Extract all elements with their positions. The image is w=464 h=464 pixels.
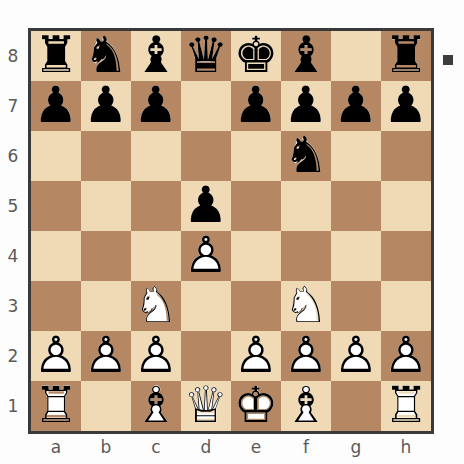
- rank-label-6: 6: [0, 131, 26, 181]
- square-h4[interactable]: [381, 231, 431, 281]
- piece-black-rook-a8[interactable]: ♖♜: [31, 31, 81, 81]
- square-c6[interactable]: [131, 131, 181, 181]
- black-rook-fill-icon: ♜: [31, 31, 81, 81]
- square-a5[interactable]: [31, 181, 81, 231]
- piece-white-bishop-f1[interactable]: ♝♗: [281, 381, 331, 431]
- black-pawn-fill-icon: ♟: [131, 81, 181, 131]
- square-g3[interactable]: [331, 281, 381, 331]
- white-king-outline-icon: ♔: [231, 381, 281, 431]
- piece-black-pawn-h7[interactable]: ♙♟: [381, 81, 431, 131]
- square-g1[interactable]: [331, 381, 381, 431]
- white-queen-outline-icon: ♕: [181, 381, 231, 431]
- black-pawn-fill-icon: ♟: [81, 81, 131, 131]
- white-knight-outline-icon: ♘: [131, 281, 181, 331]
- black-rook-fill-icon: ♜: [381, 31, 431, 81]
- rank-label-1: 1: [0, 381, 26, 431]
- square-d6[interactable]: [181, 131, 231, 181]
- piece-black-bishop-f8[interactable]: ♗♝: [281, 31, 331, 81]
- piece-black-pawn-b7[interactable]: ♙♟: [81, 81, 131, 131]
- black-pawn-fill-icon: ♟: [31, 81, 81, 131]
- square-b5[interactable]: [81, 181, 131, 231]
- piece-white-knight-f3[interactable]: ♞♘: [281, 281, 331, 331]
- chess-board: ♖♜♘♞♗♝♕♛♔♚♗♝♖♜♙♟♙♟♙♟♙♟♙♟♙♟♙♟♘♞♙♟♟♙♞♘♞♘♟♙…: [28, 28, 434, 434]
- square-b1[interactable]: [81, 381, 131, 431]
- piece-white-rook-a1[interactable]: ♜♖: [31, 381, 81, 431]
- black-knight-fill-icon: ♞: [281, 131, 331, 181]
- rank-label-7: 7: [0, 81, 26, 131]
- black-pawn-fill-icon: ♟: [381, 81, 431, 131]
- piece-white-pawn-f2[interactable]: ♟♙: [281, 331, 331, 381]
- white-knight-outline-icon: ♘: [281, 281, 331, 331]
- rank-label-5: 5: [0, 181, 26, 231]
- square-d7[interactable]: [181, 81, 231, 131]
- square-f4[interactable]: [281, 231, 331, 281]
- piece-white-pawn-h2[interactable]: ♟♙: [381, 331, 431, 381]
- piece-white-knight-c3[interactable]: ♞♘: [131, 281, 181, 331]
- rank-label-8: 8: [0, 31, 26, 81]
- file-label-c: c: [131, 436, 181, 460]
- rank-label-3: 3: [0, 281, 26, 331]
- piece-black-pawn-c7[interactable]: ♙♟: [131, 81, 181, 131]
- file-label-e: e: [231, 436, 281, 460]
- piece-black-pawn-e7[interactable]: ♙♟: [231, 81, 281, 131]
- white-pawn-outline-icon: ♙: [131, 331, 181, 381]
- white-pawn-outline-icon: ♙: [281, 331, 331, 381]
- square-e4[interactable]: [231, 231, 281, 281]
- piece-black-knight-b8[interactable]: ♘♞: [81, 31, 131, 81]
- white-pawn-outline-icon: ♙: [231, 331, 281, 381]
- white-rook-outline-icon: ♖: [381, 381, 431, 431]
- file-label-f: f: [281, 436, 331, 460]
- black-pawn-fill-icon: ♟: [331, 81, 381, 131]
- piece-white-king-e1[interactable]: ♚♔: [231, 381, 281, 431]
- white-pawn-outline-icon: ♙: [331, 331, 381, 381]
- black-king-fill-icon: ♚: [231, 31, 281, 81]
- piece-black-knight-f6[interactable]: ♘♞: [281, 131, 331, 181]
- square-b3[interactable]: [81, 281, 131, 331]
- white-pawn-outline-icon: ♙: [181, 231, 231, 281]
- black-pawn-fill-icon: ♟: [181, 181, 231, 231]
- file-label-h: h: [381, 436, 431, 460]
- white-bishop-outline-icon: ♗: [281, 381, 331, 431]
- piece-black-king-e8[interactable]: ♔♚: [231, 31, 281, 81]
- square-a4[interactable]: [31, 231, 81, 281]
- square-d2[interactable]: [181, 331, 231, 381]
- square-g4[interactable]: [331, 231, 381, 281]
- rank-label-4: 4: [0, 231, 26, 281]
- piece-white-pawn-d4[interactable]: ♟♙: [181, 231, 231, 281]
- black-bishop-fill-icon: ♝: [281, 31, 331, 81]
- square-c4[interactable]: [131, 231, 181, 281]
- square-b6[interactable]: [81, 131, 131, 181]
- file-label-b: b: [81, 436, 131, 460]
- black-pawn-fill-icon: ♟: [231, 81, 281, 131]
- piece-white-pawn-e2[interactable]: ♟♙: [231, 331, 281, 381]
- piece-white-pawn-a2[interactable]: ♟♙: [31, 331, 81, 381]
- rank-label-2: 2: [0, 331, 26, 381]
- piece-black-bishop-c8[interactable]: ♗♝: [131, 31, 181, 81]
- square-h6[interactable]: [381, 131, 431, 181]
- piece-black-pawn-a7[interactable]: ♙♟: [31, 81, 81, 131]
- white-bishop-outline-icon: ♗: [131, 381, 181, 431]
- chess-board-screenshot: 87654321 ♖♜♘♞♗♝♕♛♔♚♗♝♖♜♙♟♙♟♙♟♙♟♙♟♙♟♙♟♘♞♙…: [0, 0, 464, 464]
- file-label-a: a: [31, 436, 81, 460]
- white-pawn-outline-icon: ♙: [31, 331, 81, 381]
- square-g8[interactable]: [331, 31, 381, 81]
- piece-white-bishop-c1[interactable]: ♝♗: [131, 381, 181, 431]
- file-label-d: d: [181, 436, 231, 460]
- square-d3[interactable]: [181, 281, 231, 331]
- square-a3[interactable]: [31, 281, 81, 331]
- black-pawn-fill-icon: ♟: [281, 81, 331, 131]
- square-e6[interactable]: [231, 131, 281, 181]
- piece-black-pawn-f7[interactable]: ♙♟: [281, 81, 331, 131]
- piece-black-pawn-g7[interactable]: ♙♟: [331, 81, 381, 131]
- piece-white-pawn-g2[interactable]: ♟♙: [331, 331, 381, 381]
- piece-black-pawn-d5[interactable]: ♙♟: [181, 181, 231, 231]
- white-pawn-outline-icon: ♙: [381, 331, 431, 381]
- square-g5[interactable]: [331, 181, 381, 231]
- square-c5[interactable]: [131, 181, 181, 231]
- black-queen-fill-icon: ♛: [181, 31, 231, 81]
- file-label-g: g: [331, 436, 381, 460]
- piece-black-rook-h8[interactable]: ♖♜: [381, 31, 431, 81]
- black-to-move-indicator: [443, 55, 453, 65]
- piece-white-rook-h1[interactable]: ♜♖: [381, 381, 431, 431]
- square-a6[interactable]: [31, 131, 81, 181]
- square-b4[interactable]: [81, 231, 131, 281]
- piece-white-pawn-b2[interactable]: ♟♙: [81, 331, 131, 381]
- black-knight-fill-icon: ♞: [81, 31, 131, 81]
- square-e5[interactable]: [231, 181, 281, 231]
- white-rook-outline-icon: ♖: [31, 381, 81, 431]
- piece-white-queen-d1[interactable]: ♛♕: [181, 381, 231, 431]
- black-bishop-fill-icon: ♝: [131, 31, 181, 81]
- square-g6[interactable]: [331, 131, 381, 181]
- square-f5[interactable]: [281, 181, 331, 231]
- piece-white-pawn-c2[interactable]: ♟♙: [131, 331, 181, 381]
- piece-black-queen-d8[interactable]: ♕♛: [181, 31, 231, 81]
- square-h5[interactable]: [381, 181, 431, 231]
- square-h3[interactable]: [381, 281, 431, 331]
- square-e3[interactable]: [231, 281, 281, 331]
- white-pawn-outline-icon: ♙: [81, 331, 131, 381]
